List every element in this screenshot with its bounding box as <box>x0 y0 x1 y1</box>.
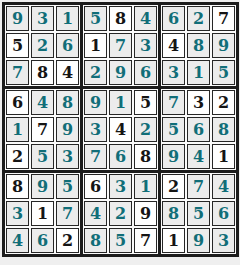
cell-r4c8[interactable]: 3 <box>187 90 210 115</box>
cell-r3c3[interactable]: 4 <box>56 60 79 85</box>
cell-r7c8: 7 <box>187 174 210 199</box>
cell-r3c1: 7 <box>6 60 29 85</box>
cell-r5c4: 3 <box>84 117 107 142</box>
page: 9315267845841732966274893156481792539153… <box>0 0 240 259</box>
cell-r3c6: 6 <box>134 60 157 85</box>
cell-r8c5: 2 <box>109 201 132 226</box>
box-2-1: 648179253 <box>5 89 80 170</box>
cell-r9c5: 5 <box>109 228 132 253</box>
cell-r4c1[interactable]: 6 <box>6 90 29 115</box>
cell-r9c9: 3 <box>212 228 235 253</box>
cell-r8c2[interactable]: 1 <box>31 201 54 226</box>
cell-r9c1: 4 <box>6 228 29 253</box>
cell-r6c5: 6 <box>109 144 132 169</box>
box-1-3: 627489315 <box>161 5 236 86</box>
cell-r6c4: 7 <box>84 144 107 169</box>
cell-r3c9: 5 <box>212 60 235 85</box>
cell-r2c9: 9 <box>212 33 235 58</box>
cell-r8c4: 4 <box>84 201 107 226</box>
box-3-2: 631429857 <box>83 173 158 254</box>
box-1-1: 931526784 <box>5 5 80 86</box>
cell-r4c4: 9 <box>84 90 107 115</box>
cell-r5c8: 6 <box>187 117 210 142</box>
box-3-1: 895317462 <box>5 173 80 254</box>
cell-r1c6: 4 <box>134 6 157 31</box>
cell-r6c6[interactable]: 8 <box>134 144 157 169</box>
cell-r6c2: 5 <box>31 144 54 169</box>
cell-r7c7[interactable]: 2 <box>162 174 185 199</box>
cell-r5c7: 5 <box>162 117 185 142</box>
box-3-3: 274856193 <box>161 173 236 254</box>
cell-r4c6[interactable]: 5 <box>134 90 157 115</box>
cell-r3c4: 2 <box>84 60 107 85</box>
box-1-2: 584173296 <box>83 5 158 86</box>
cell-r2c4[interactable]: 1 <box>84 33 107 58</box>
cell-r3c2[interactable]: 8 <box>31 60 54 85</box>
cell-r7c4[interactable]: 6 <box>84 174 107 199</box>
cell-r7c9: 4 <box>212 174 235 199</box>
cell-r3c5: 9 <box>109 60 132 85</box>
cell-r5c9: 8 <box>212 117 235 142</box>
cell-r6c3: 3 <box>56 144 79 169</box>
cell-r5c6: 2 <box>134 117 157 142</box>
cell-r1c2: 3 <box>31 6 54 31</box>
cell-r2c7[interactable]: 4 <box>162 33 185 58</box>
cell-r9c7[interactable]: 1 <box>162 228 185 253</box>
cell-r7c2: 9 <box>31 174 54 199</box>
cell-r8c1: 3 <box>6 201 29 226</box>
cell-r2c5: 7 <box>109 33 132 58</box>
cell-r6c9[interactable]: 1 <box>212 144 235 169</box>
cell-r7c5: 3 <box>109 174 132 199</box>
cell-r4c9[interactable]: 2 <box>212 90 235 115</box>
cell-r6c1[interactable]: 2 <box>6 144 29 169</box>
sudoku-board: 9315267845841732966274893156481792539153… <box>2 2 239 257</box>
cell-r5c5[interactable]: 4 <box>109 117 132 142</box>
cell-r2c2: 2 <box>31 33 54 58</box>
cell-r1c5[interactable]: 8 <box>109 6 132 31</box>
cell-r1c7: 6 <box>162 6 185 31</box>
cell-r1c9[interactable]: 7 <box>212 6 235 31</box>
cell-r3c7: 3 <box>162 60 185 85</box>
cell-r4c3: 8 <box>56 90 79 115</box>
cell-r9c4: 8 <box>84 228 107 253</box>
cell-r7c1[interactable]: 8 <box>6 174 29 199</box>
cell-r8c7: 8 <box>162 201 185 226</box>
cell-r7c3: 5 <box>56 174 79 199</box>
cell-r1c3: 1 <box>56 6 79 31</box>
cell-r2c8: 8 <box>187 33 210 58</box>
cell-r5c1: 1 <box>6 117 29 142</box>
cell-r8c3: 7 <box>56 201 79 226</box>
cell-r6c8: 4 <box>187 144 210 169</box>
cell-r8c8: 5 <box>187 201 210 226</box>
cell-r4c2: 4 <box>31 90 54 115</box>
cell-r8c9: 6 <box>212 201 235 226</box>
cell-r9c8: 9 <box>187 228 210 253</box>
cell-r1c8: 2 <box>187 6 210 31</box>
cell-r7c6: 1 <box>134 174 157 199</box>
cell-r5c2[interactable]: 7 <box>31 117 54 142</box>
cell-r9c3[interactable]: 2 <box>56 228 79 253</box>
cell-r1c4: 5 <box>84 6 107 31</box>
cell-r4c7: 7 <box>162 90 185 115</box>
cell-r6c7: 9 <box>162 144 185 169</box>
cell-r8c6[interactable]: 9 <box>134 201 157 226</box>
cell-r1c1: 9 <box>6 6 29 31</box>
box-2-3: 732568941 <box>161 89 236 170</box>
cell-r9c2: 6 <box>31 228 54 253</box>
cell-r3c8: 1 <box>187 60 210 85</box>
cell-r4c5: 1 <box>109 90 132 115</box>
cell-r2c6: 3 <box>134 33 157 58</box>
cell-r2c3: 6 <box>56 33 79 58</box>
cell-r5c3: 9 <box>56 117 79 142</box>
cell-r2c1[interactable]: 5 <box>6 33 29 58</box>
cell-r9c6[interactable]: 7 <box>134 228 157 253</box>
box-2-2: 915342768 <box>83 89 158 170</box>
